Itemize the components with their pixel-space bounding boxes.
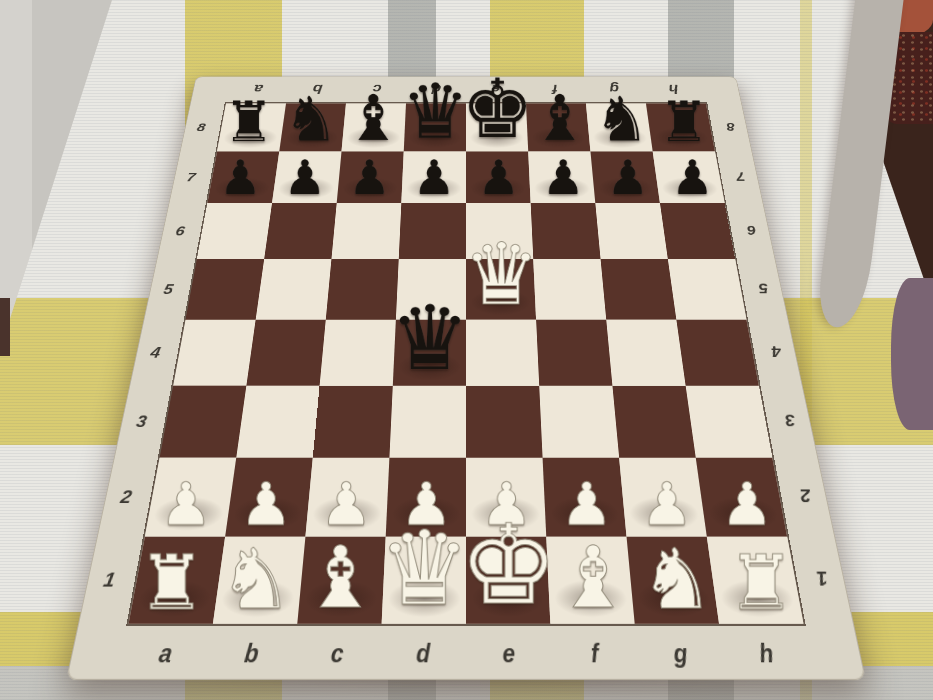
- piece-white-pawn-h2: ♟: [720, 475, 773, 534]
- square-f4: [536, 320, 612, 386]
- coordinate-label-3: 3: [117, 386, 164, 458]
- square-b2: ♟: [225, 458, 313, 537]
- coordinate-label-7: 7: [722, 152, 760, 204]
- piece-white-bishop-f1: ♝: [554, 535, 630, 620]
- square-d7: ♟: [401, 152, 466, 204]
- square-g4: [606, 320, 685, 386]
- square-d2: ♟: [386, 458, 466, 537]
- square-b4: [246, 320, 325, 386]
- piece-white-queen-d1: ♛: [378, 518, 470, 621]
- square-d1: ♛: [382, 537, 466, 624]
- square-a4: [173, 320, 255, 386]
- piece-black-pawn-f7: ♟: [542, 154, 585, 202]
- square-b5: [256, 259, 332, 320]
- piece-white-pawn-g2: ♟: [640, 475, 693, 534]
- square-d8: ♛: [404, 104, 466, 152]
- square-c8: ♝: [342, 104, 406, 152]
- coordinate-label-b: b: [206, 634, 296, 673]
- piece-white-bishop-c1: ♝: [301, 535, 377, 620]
- square-g2: ♟: [619, 458, 707, 537]
- piece-white-pawn-e2: ♟: [480, 475, 533, 534]
- rank-labels-right: 87654321: [713, 104, 850, 624]
- coordinate-label-a: a: [119, 634, 211, 673]
- coordinate-label-h: h: [643, 80, 705, 99]
- piece-black-queen-d4: ♛: [390, 294, 470, 383]
- square-h8: ♜: [646, 104, 715, 152]
- piece-black-pawn-d7: ♟: [412, 154, 455, 202]
- square-b1: ♞: [213, 537, 306, 624]
- square-a8: ♜: [217, 104, 286, 152]
- coordinate-label-5: 5: [147, 259, 189, 320]
- square-d3: [389, 386, 466, 458]
- square-e8: ♚: [466, 104, 528, 152]
- coordinate-label-8: 8: [713, 104, 749, 152]
- square-f2: ♟: [543, 458, 627, 537]
- square-c2: ♟: [305, 458, 389, 537]
- square-f3: [539, 386, 619, 458]
- square-g7: ♟: [590, 152, 660, 204]
- square-g8: ♞: [586, 104, 653, 152]
- piece-black-pawn-c7: ♟: [348, 154, 391, 202]
- square-a7: ♟: [207, 152, 279, 204]
- square-e5: ♛: [466, 259, 536, 320]
- chess-board: ♜♞♝♛♚♝♞♜♟♟♟♟♟♟♟♟♛♛♟♟♟♟♟♟♟♟♜♞♝♛♚♝♞♜ abcde…: [66, 76, 866, 680]
- square-c4: [320, 320, 396, 386]
- square-a3: [160, 386, 247, 458]
- square-g1: ♞: [627, 537, 720, 624]
- square-d6: [399, 203, 466, 259]
- square-h5: [668, 259, 747, 320]
- piece-black-rook-a8: ♜: [223, 94, 273, 150]
- rank-labels-left: 87654321: [82, 104, 219, 624]
- piece-white-pawn-a2: ♟: [159, 475, 212, 534]
- square-h6: [660, 203, 735, 259]
- coordinate-label-1: 1: [796, 537, 850, 624]
- square-d4: ♛: [393, 320, 466, 386]
- square-c1: ♝: [297, 537, 385, 624]
- square-h4: [676, 320, 758, 386]
- coordinate-label-5: 5: [743, 259, 785, 320]
- coordinate-label-6: 6: [160, 203, 200, 259]
- board-squares: ♜♞♝♛♚♝♞♜♟♟♟♟♟♟♟♟♛♛♟♟♟♟♟♟♟♟♜♞♝♛♚♝♞♜: [129, 104, 804, 624]
- coordinate-label-b: b: [287, 80, 348, 99]
- square-c7: ♟: [337, 152, 404, 204]
- coordinate-label-g: g: [636, 634, 726, 673]
- square-c3: [313, 386, 393, 458]
- coordinate-label-f: f: [525, 80, 586, 99]
- coordinate-label-h: h: [721, 634, 813, 673]
- square-h2: ♟: [696, 458, 787, 537]
- square-e3: [466, 386, 543, 458]
- coordinate-label-3: 3: [767, 386, 814, 458]
- coordinate-label-8: 8: [183, 104, 219, 152]
- coordinate-label-g: g: [584, 80, 645, 99]
- coordinate-label-c: c: [293, 634, 382, 673]
- coordinate-label-d: d: [406, 80, 466, 99]
- coordinate-label-2: 2: [101, 458, 151, 537]
- piece-white-knight-g1: ♞: [639, 537, 714, 620]
- square-e2: ♟: [466, 458, 546, 537]
- piece-white-pawn-c2: ♟: [319, 475, 372, 534]
- piece-black-pawn-g7: ♟: [606, 154, 649, 202]
- square-f1: ♝: [546, 537, 634, 624]
- piece-white-queen-e5: ♛: [463, 232, 539, 317]
- piece-white-pawn-b2: ♟: [239, 475, 292, 534]
- piece-white-knight-b1: ♞: [218, 537, 293, 620]
- board-plane: ♜♞♝♛♚♝♞♜♟♟♟♟♟♟♟♟♛♛♟♟♟♟♟♟♟♟♜♞♝♛♚♝♞♜ abcde…: [66, 76, 866, 680]
- square-h1: ♜: [707, 537, 804, 624]
- coordinate-label-f: f: [551, 634, 640, 673]
- piece-black-pawn-b7: ♟: [283, 154, 326, 202]
- square-g5: [601, 259, 677, 320]
- coordinate-label-4: 4: [133, 320, 178, 386]
- square-h3: [686, 386, 773, 458]
- coordinate-label-d: d: [379, 634, 466, 673]
- square-e6: [466, 203, 533, 259]
- piece-black-pawn-e7: ♟: [477, 154, 520, 202]
- coordinate-label-c: c: [347, 80, 408, 99]
- piece-white-rook-a1: ♜: [137, 545, 205, 621]
- square-e4: [466, 320, 539, 386]
- square-g3: [612, 386, 695, 458]
- coordinate-label-e: e: [466, 634, 553, 673]
- square-b3: [236, 386, 319, 458]
- square-b6: [264, 203, 337, 259]
- piece-white-pawn-f2: ♟: [560, 475, 613, 534]
- perspective-scene: ♜♞♝♛♚♝♞♜♟♟♟♟♟♟♟♟♛♛♟♟♟♟♟♟♟♟♜♞♝♛♚♝♞♜ abcde…: [0, 0, 933, 700]
- coordinate-label-7: 7: [172, 152, 210, 204]
- piece-black-rook-h8: ♜: [659, 94, 709, 150]
- square-a2: ♟: [145, 458, 236, 537]
- square-e7: ♟: [466, 152, 531, 204]
- piece-white-rook-h1: ♜: [727, 545, 795, 621]
- file-labels-bottom: abcdefgh: [119, 634, 812, 673]
- square-f7: ♟: [528, 152, 595, 204]
- piece-white-king-e1: ♚: [459, 510, 558, 620]
- coordinate-label-a: a: [227, 80, 289, 99]
- square-f6: [531, 203, 601, 259]
- coordinate-label-e: e: [466, 80, 526, 99]
- square-a5: [186, 259, 265, 320]
- square-f5: [533, 259, 606, 320]
- square-a1: ♜: [129, 537, 226, 624]
- square-c5: [326, 259, 399, 320]
- coordinate-label-1: 1: [82, 537, 136, 624]
- piece-black-pawn-h7: ♟: [671, 154, 714, 202]
- piece-black-pawn-a7: ♟: [219, 154, 262, 202]
- square-g6: [595, 203, 668, 259]
- square-d5: [396, 259, 466, 320]
- square-b8: ♞: [279, 104, 346, 152]
- square-f8: ♝: [526, 104, 590, 152]
- square-h7: ♟: [653, 152, 725, 204]
- square-a6: [197, 203, 272, 259]
- coordinate-label-6: 6: [732, 203, 772, 259]
- coordinate-label-4: 4: [755, 320, 800, 386]
- square-b7: ♟: [272, 152, 342, 204]
- square-e1: ♚: [466, 537, 550, 624]
- file-labels-top: abcdefgh: [227, 80, 705, 99]
- coordinate-label-2: 2: [781, 458, 831, 537]
- piece-white-pawn-d2: ♟: [399, 475, 452, 534]
- square-c6: [331, 203, 401, 259]
